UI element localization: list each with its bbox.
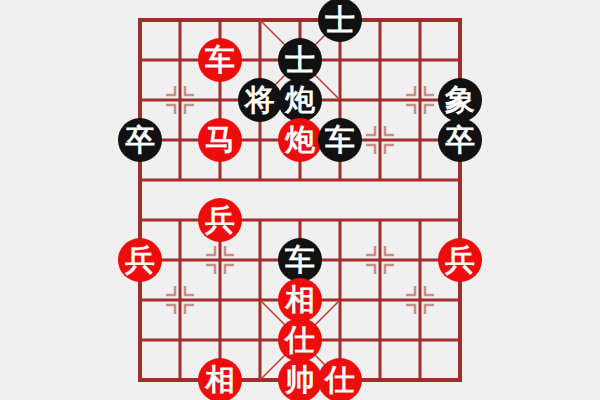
red-elephant[interactable]: 相 [198, 358, 242, 400]
board-point-0-6[interactable]: 兵 [120, 240, 160, 280]
board-point-7-9[interactable] [400, 360, 440, 400]
board-point-4-3[interactable]: 炮 [280, 120, 320, 160]
board-point-3-2[interactable]: 将 [240, 80, 280, 120]
board-point-1-4[interactable] [160, 160, 200, 200]
board-point-5-9[interactable]: 仕 [320, 360, 360, 400]
red-elephant[interactable]: 相 [278, 278, 322, 322]
black-soldier[interactable]: 卒 [118, 118, 162, 162]
board-point-1-3[interactable] [160, 120, 200, 160]
board-point-6-0[interactable] [360, 0, 400, 40]
red-cannon[interactable]: 炮 [278, 118, 322, 162]
red-chariot[interactable]: 车 [198, 38, 242, 82]
board-point-8-1[interactable] [440, 40, 480, 80]
black-chariot[interactable]: 车 [278, 238, 322, 282]
board-point-8-7[interactable] [440, 280, 480, 320]
board-point-2-4[interactable] [200, 160, 240, 200]
black-general[interactable]: 将 [238, 78, 282, 122]
board-point-3-1[interactable] [240, 40, 280, 80]
board-point-8-3[interactable]: 卒 [440, 120, 480, 160]
board-point-3-8[interactable] [240, 320, 280, 360]
board-point-2-5[interactable]: 兵 [200, 200, 240, 240]
black-chariot[interactable]: 车 [318, 118, 362, 162]
board-point-3-5[interactable] [240, 200, 280, 240]
board-point-6-9[interactable] [360, 360, 400, 400]
board-point-4-2[interactable]: 炮 [280, 80, 320, 120]
board-point-6-3[interactable] [360, 120, 400, 160]
board-point-2-1[interactable]: 车 [200, 40, 240, 80]
board-point-6-1[interactable] [360, 40, 400, 80]
board-point-0-9[interactable] [120, 360, 160, 400]
board-point-2-2[interactable] [200, 80, 240, 120]
black-soldier[interactable]: 卒 [438, 118, 482, 162]
board-point-5-3[interactable]: 车 [320, 120, 360, 160]
board-point-1-9[interactable] [160, 360, 200, 400]
board-point-7-0[interactable] [400, 0, 440, 40]
board-point-3-6[interactable] [240, 240, 280, 280]
xiangqi-board: 士车士将炮象卒马炮车卒兵兵车兵相仕相帅仕 [0, 0, 600, 400]
board-point-3-0[interactable] [240, 0, 280, 40]
board-point-1-6[interactable] [160, 240, 200, 280]
board-point-0-1[interactable] [120, 40, 160, 80]
board-point-0-0[interactable] [120, 0, 160, 40]
board-point-0-3[interactable]: 卒 [120, 120, 160, 160]
board-point-5-2[interactable] [320, 80, 360, 120]
board-point-4-0[interactable] [280, 0, 320, 40]
board-point-4-7[interactable]: 相 [280, 280, 320, 320]
red-advisor[interactable]: 仕 [318, 358, 362, 400]
board-point-7-5[interactable] [400, 200, 440, 240]
board-point-0-2[interactable] [120, 80, 160, 120]
red-advisor[interactable]: 仕 [278, 318, 322, 362]
board-point-6-7[interactable] [360, 280, 400, 320]
board-point-1-0[interactable] [160, 0, 200, 40]
board-point-2-0[interactable] [200, 0, 240, 40]
board-point-0-5[interactable] [120, 200, 160, 240]
board-point-0-4[interactable] [120, 160, 160, 200]
board-point-7-4[interactable] [400, 160, 440, 200]
board-points-layer: 士车士将炮象卒马炮车卒兵兵车兵相仕相帅仕 [120, 0, 480, 400]
board-point-7-7[interactable] [400, 280, 440, 320]
black-advisor[interactable]: 士 [318, 0, 362, 42]
board-point-1-7[interactable] [160, 280, 200, 320]
board-point-8-8[interactable] [440, 320, 480, 360]
board-point-5-4[interactable] [320, 160, 360, 200]
board-point-7-8[interactable] [400, 320, 440, 360]
red-soldier[interactable]: 兵 [118, 238, 162, 282]
board-point-8-2[interactable]: 象 [440, 80, 480, 120]
board-point-8-4[interactable] [440, 160, 480, 200]
board-point-8-5[interactable] [440, 200, 480, 240]
board-point-3-4[interactable] [240, 160, 280, 200]
board-point-5-7[interactable] [320, 280, 360, 320]
board-point-0-7[interactable] [120, 280, 160, 320]
board-point-4-1[interactable]: 士 [280, 40, 320, 80]
board-point-3-7[interactable] [240, 280, 280, 320]
board-point-5-8[interactable] [320, 320, 360, 360]
board-point-2-6[interactable] [200, 240, 240, 280]
board-point-6-8[interactable] [360, 320, 400, 360]
board-point-7-6[interactable] [400, 240, 440, 280]
board-point-5-5[interactable] [320, 200, 360, 240]
board-point-1-1[interactable] [160, 40, 200, 80]
board-point-6-4[interactable] [360, 160, 400, 200]
red-soldier[interactable]: 兵 [438, 238, 482, 282]
board-point-5-1[interactable] [320, 40, 360, 80]
board-point-4-9[interactable]: 帅 [280, 360, 320, 400]
board-point-6-2[interactable] [360, 80, 400, 120]
board-point-2-9[interactable]: 相 [200, 360, 240, 400]
board-point-3-9[interactable] [240, 360, 280, 400]
board-point-6-5[interactable] [360, 200, 400, 240]
board-point-2-3[interactable]: 马 [200, 120, 240, 160]
board-point-8-6[interactable]: 兵 [440, 240, 480, 280]
board-point-6-6[interactable] [360, 240, 400, 280]
board-point-1-8[interactable] [160, 320, 200, 360]
board-point-0-8[interactable] [120, 320, 160, 360]
red-general[interactable]: 帅 [278, 358, 322, 400]
black-elephant[interactable]: 象 [438, 78, 482, 122]
board-point-4-8[interactable]: 仕 [280, 320, 320, 360]
black-advisor[interactable]: 士 [278, 38, 322, 82]
board-point-3-3[interactable] [240, 120, 280, 160]
board-point-8-9[interactable] [440, 360, 480, 400]
board-point-7-2[interactable] [400, 80, 440, 120]
board-point-4-4[interactable] [280, 160, 320, 200]
board-point-1-5[interactable] [160, 200, 200, 240]
red-horse[interactable]: 马 [198, 118, 242, 162]
board-point-4-6[interactable]: 车 [280, 240, 320, 280]
black-cannon[interactable]: 炮 [278, 78, 322, 122]
board-point-2-8[interactable] [200, 320, 240, 360]
board-point-8-0[interactable] [440, 0, 480, 40]
board-point-5-6[interactable] [320, 240, 360, 280]
board-point-4-5[interactable] [280, 200, 320, 240]
board-point-1-2[interactable] [160, 80, 200, 120]
board-point-2-7[interactable] [200, 280, 240, 320]
board-point-5-0[interactable]: 士 [320, 0, 360, 40]
board-point-7-1[interactable] [400, 40, 440, 80]
red-soldier[interactable]: 兵 [198, 198, 242, 242]
board-point-7-3[interactable] [400, 120, 440, 160]
